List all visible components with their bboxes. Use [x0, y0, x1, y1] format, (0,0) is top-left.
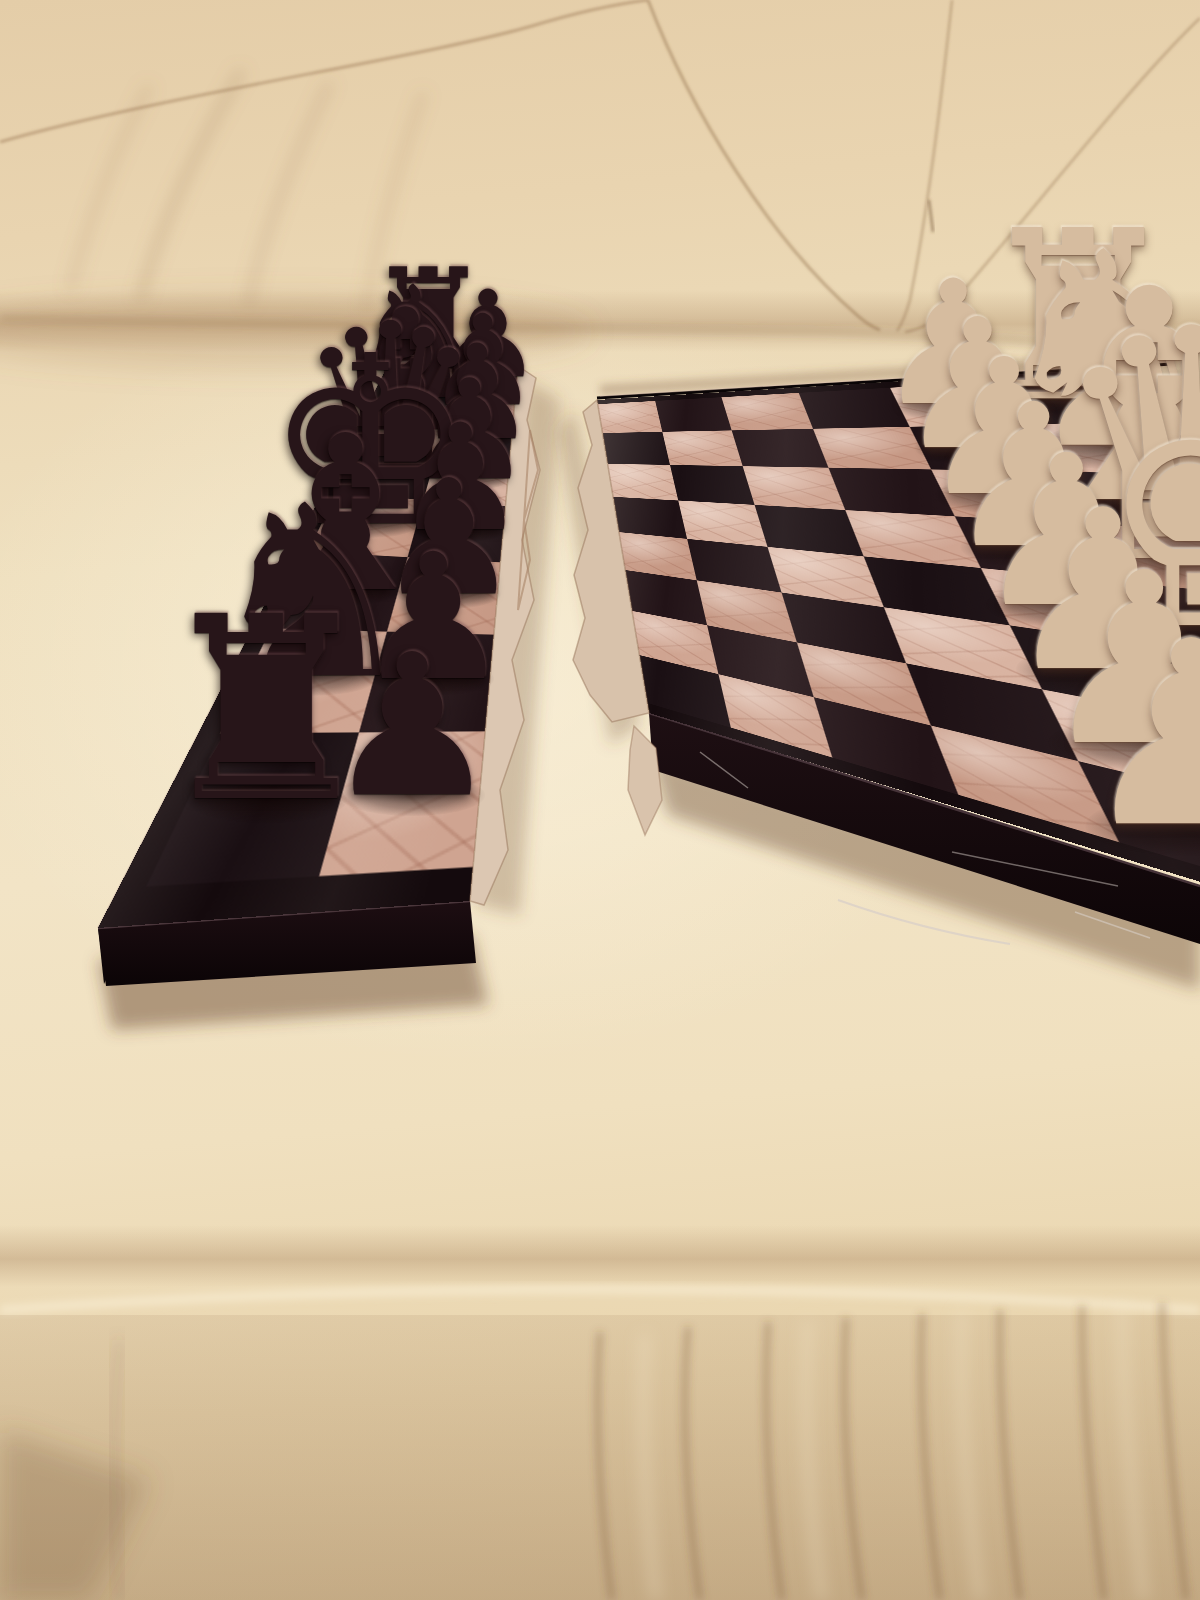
- backrest-folds: [70, 70, 424, 312]
- square-f8: [271, 552, 408, 632]
- square-c5: [670, 465, 755, 505]
- square-e8: [308, 493, 423, 557]
- square-a5: [655, 397, 731, 432]
- square-a4: [721, 393, 813, 431]
- main-fracture-chunk: [628, 726, 662, 835]
- junction-shadow-left: [0, 296, 590, 368]
- skirt-highlights: [643, 1305, 1144, 1600]
- board-fragment-black-strip: [98, 350, 518, 928]
- square-a1: [999, 374, 1170, 424]
- square-d8: [336, 447, 436, 500]
- top-surface-vein: [952, 852, 1118, 886]
- marble-vein: [838, 900, 1010, 944]
- main-grid: [598, 374, 1200, 991]
- strip-fracture-texture: [518, 430, 538, 610]
- backrest-seams: [0, 0, 1200, 332]
- seat-front: [0, 1225, 1200, 1600]
- square-a6: [598, 401, 663, 433]
- square-c6: [608, 464, 679, 501]
- square-f7: [387, 557, 500, 634]
- square-b4: [732, 429, 829, 468]
- square-b1: [1027, 421, 1200, 474]
- marble-vein: [700, 752, 748, 788]
- square-e7: [408, 500, 506, 562]
- square-d7: [424, 454, 510, 506]
- seat-junction-seam: [0, 318, 1200, 352]
- board-fragment-main: [597, 366, 1200, 1035]
- square-b6: [602, 432, 670, 465]
- backrest-bottom-shadow: [0, 290, 1200, 352]
- photo-scene: ♜♞♝♛♚♝♞♜♟♟♟♟♟♟♟♟♟♟♟♟♟♟♟♟♜♞♝♛♚♝♞: [0, 0, 1200, 1600]
- square-b5: [662, 430, 742, 466]
- marble-vein: [1075, 912, 1150, 938]
- strip-grid: [146, 354, 518, 887]
- skirt-pleats: [598, 1303, 1186, 1600]
